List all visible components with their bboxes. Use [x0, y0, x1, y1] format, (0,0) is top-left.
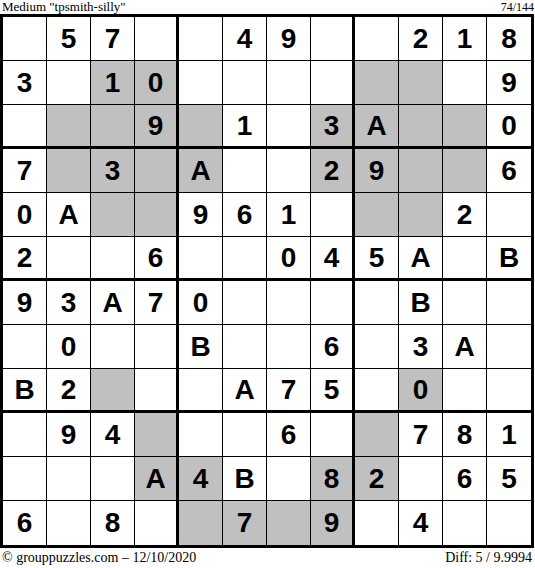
copyright-text: © grouppuzzles.com – 12/10/2020 [2, 550, 196, 566]
cell-r8c2: 0 [47, 325, 91, 369]
cell-r1c3: 7 [91, 17, 135, 61]
cell-r9c4 [135, 369, 179, 413]
cell-r7c12 [487, 281, 531, 325]
cell-r3c11 [443, 105, 487, 149]
cell-r5c10 [399, 193, 443, 237]
cell-r4c9: 9 [355, 149, 399, 193]
cell-r8c6 [223, 325, 267, 369]
cell-r2c12: 9 [487, 61, 531, 105]
cell-r1c12: 8 [487, 17, 531, 61]
cell-r10c9 [355, 413, 399, 457]
cell-r11c1 [3, 457, 47, 501]
cell-r12c7 [267, 501, 311, 545]
cell-r3c4: 9 [135, 105, 179, 149]
cell-r10c6 [223, 413, 267, 457]
cell-r2c9 [355, 61, 399, 105]
cell-r9c5 [179, 369, 223, 413]
cell-r6c9: 5 [355, 237, 399, 281]
cell-r3c5 [179, 105, 223, 149]
cell-r5c4 [135, 193, 179, 237]
cell-r8c8: 6 [311, 325, 355, 369]
cell-r10c8 [311, 413, 355, 457]
cell-r1c9 [355, 17, 399, 61]
cell-r3c10 [399, 105, 443, 149]
cell-r12c9 [355, 501, 399, 545]
cell-r2c3: 1 [91, 61, 135, 105]
footer: © grouppuzzles.com – 12/10/2020 Diff: 5 … [0, 549, 535, 568]
cell-r6c7: 0 [267, 237, 311, 281]
cell-r9c6: A [223, 369, 267, 413]
cell-r6c2 [47, 237, 91, 281]
cell-r10c11: 8 [443, 413, 487, 457]
cell-r2c1: 3 [3, 61, 47, 105]
cell-r7c9 [355, 281, 399, 325]
cell-r3c3 [91, 105, 135, 149]
cell-r5c12 [487, 193, 531, 237]
cell-r4c8: 2 [311, 149, 355, 193]
cell-r3c12: 0 [487, 105, 531, 149]
cell-r8c7 [267, 325, 311, 369]
cell-r4c7 [267, 149, 311, 193]
cell-r12c12 [487, 501, 531, 545]
cell-r9c3 [91, 369, 135, 413]
cell-r1c1 [3, 17, 47, 61]
cell-r5c3 [91, 193, 135, 237]
cell-r1c11: 1 [443, 17, 487, 61]
cell-r4c6 [223, 149, 267, 193]
cell-r12c3: 8 [91, 501, 135, 545]
cell-r4c12: 6 [487, 149, 531, 193]
cell-r5c8 [311, 193, 355, 237]
cell-r7c1: 9 [3, 281, 47, 325]
cell-r3c6: 1 [223, 105, 267, 149]
cell-r10c4 [135, 413, 179, 457]
cell-r6c5 [179, 237, 223, 281]
cell-r10c1 [3, 413, 47, 457]
cell-r1c4 [135, 17, 179, 61]
cell-r1c6: 4 [223, 17, 267, 61]
cell-r7c2: 3 [47, 281, 91, 325]
cell-r6c1: 2 [3, 237, 47, 281]
cell-r2c10 [399, 61, 443, 105]
header: Medium "tpsmith-silly" 74/144 [0, 0, 535, 14]
cell-r1c2: 5 [47, 17, 91, 61]
cell-r9c8: 5 [311, 369, 355, 413]
cell-r3c8: 3 [311, 105, 355, 149]
cell-r5c2: A [47, 193, 91, 237]
difficulty-text: Diff: 5 / 9.9994 [445, 550, 532, 566]
cell-r10c3: 4 [91, 413, 135, 457]
cell-r5c6: 6 [223, 193, 267, 237]
cell-r5c5: 9 [179, 193, 223, 237]
puzzle-page: Medium "tpsmith-silly" 74/144 5749218310… [0, 0, 535, 568]
cell-r12c5 [179, 501, 223, 545]
cell-r6c4: 6 [135, 237, 179, 281]
cell-r12c2 [47, 501, 91, 545]
cell-r7c4: 7 [135, 281, 179, 325]
cell-r2c8 [311, 61, 355, 105]
cell-r11c11: 6 [443, 457, 487, 501]
cell-r9c11 [443, 369, 487, 413]
cell-r7c3: A [91, 281, 135, 325]
cell-r4c4 [135, 149, 179, 193]
cell-r10c5 [179, 413, 223, 457]
cell-r9c2: 2 [47, 369, 91, 413]
cell-r10c2: 9 [47, 413, 91, 457]
cell-r4c5: A [179, 149, 223, 193]
cell-r10c10: 7 [399, 413, 443, 457]
cell-r3c7 [267, 105, 311, 149]
cell-r12c4 [135, 501, 179, 545]
cell-r12c11 [443, 501, 487, 545]
cell-r8c1 [3, 325, 47, 369]
cell-r8c4 [135, 325, 179, 369]
cell-r7c8 [311, 281, 355, 325]
cell-r11c9: 2 [355, 457, 399, 501]
cell-r4c2 [47, 149, 91, 193]
cell-r11c6: B [223, 457, 267, 501]
puzzle-title: Medium "tpsmith-silly" [2, 0, 126, 15]
cell-r6c3 [91, 237, 135, 281]
cell-r5c11: 2 [443, 193, 487, 237]
cell-r4c11 [443, 149, 487, 193]
cell-r8c5: B [179, 325, 223, 369]
cell-r6c10: A [399, 237, 443, 281]
cell-r1c7: 9 [267, 17, 311, 61]
cell-r11c2 [47, 457, 91, 501]
cell-r9c12 [487, 369, 531, 413]
cell-r6c11 [443, 237, 487, 281]
cell-r8c9 [355, 325, 399, 369]
cell-r9c1: B [3, 369, 47, 413]
cell-r10c12: 1 [487, 413, 531, 457]
cell-r12c1: 6 [3, 501, 47, 545]
cell-r8c10: 3 [399, 325, 443, 369]
cell-r12c10: 4 [399, 501, 443, 545]
cell-r4c3: 3 [91, 149, 135, 193]
cell-r11c10 [399, 457, 443, 501]
cell-r12c6: 7 [223, 501, 267, 545]
cell-r2c4: 0 [135, 61, 179, 105]
cell-r2c6 [223, 61, 267, 105]
cell-r6c8: 4 [311, 237, 355, 281]
cell-r6c12: B [487, 237, 531, 281]
cell-r3c9: A [355, 105, 399, 149]
cell-r5c1: 0 [3, 193, 47, 237]
cell-r4c1: 7 [3, 149, 47, 193]
puzzle-counter: 74/144 [501, 0, 534, 15]
cell-r11c5: 4 [179, 457, 223, 501]
cell-r7c7 [267, 281, 311, 325]
cell-r2c11 [443, 61, 487, 105]
sudoku-board: 57492183109913A073A2960A961226045AB93A70… [0, 14, 534, 548]
cell-r3c2 [47, 105, 91, 149]
cell-r4c10 [399, 149, 443, 193]
cell-r11c8: 8 [311, 457, 355, 501]
cell-r7c5: 0 [179, 281, 223, 325]
cell-r3c1 [3, 105, 47, 149]
cell-r8c3 [91, 325, 135, 369]
cell-r7c11 [443, 281, 487, 325]
cell-r9c9 [355, 369, 399, 413]
cell-r7c10: B [399, 281, 443, 325]
cell-r11c12: 5 [487, 457, 531, 501]
cell-r8c11: A [443, 325, 487, 369]
cell-r11c3 [91, 457, 135, 501]
cell-r1c10: 2 [399, 17, 443, 61]
cell-r11c4: A [135, 457, 179, 501]
cell-r8c12 [487, 325, 531, 369]
cell-r2c7 [267, 61, 311, 105]
cell-r12c8: 9 [311, 501, 355, 545]
cell-r1c8 [311, 17, 355, 61]
cell-r5c7: 1 [267, 193, 311, 237]
cell-r11c7 [267, 457, 311, 501]
cell-r2c5 [179, 61, 223, 105]
cell-r7c6 [223, 281, 267, 325]
cell-r5c9 [355, 193, 399, 237]
cell-r6c6 [223, 237, 267, 281]
cell-r1c5 [179, 17, 223, 61]
cell-r10c7: 6 [267, 413, 311, 457]
cell-r9c7: 7 [267, 369, 311, 413]
cell-r9c10: 0 [399, 369, 443, 413]
cell-r2c2 [47, 61, 91, 105]
